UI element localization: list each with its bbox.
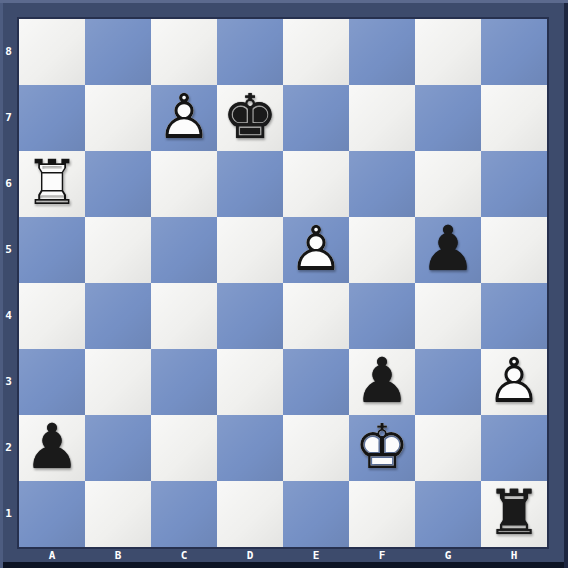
square-d6[interactable]: [217, 151, 283, 217]
rank-label-8: 8: [0, 19, 17, 85]
square-a5[interactable]: [19, 217, 85, 283]
square-f1[interactable]: [349, 481, 415, 547]
square-f6[interactable]: [349, 151, 415, 217]
square-h6[interactable]: [481, 151, 547, 217]
file-label-a: A: [19, 548, 85, 565]
black-pawn-glyph: ♟: [19, 415, 85, 481]
rank-label-1: 1: [0, 481, 17, 547]
square-g6[interactable]: [415, 151, 481, 217]
square-e2[interactable]: [283, 415, 349, 481]
square-a8[interactable]: [19, 19, 85, 85]
square-e4[interactable]: [283, 283, 349, 349]
white-pawn-outline: ♙: [151, 85, 217, 151]
square-e7[interactable]: [283, 85, 349, 151]
square-h4[interactable]: [481, 283, 547, 349]
black-pawn[interactable]: ♟: [19, 415, 85, 481]
square-g1[interactable]: [415, 481, 481, 547]
square-e5[interactable]: ♟♙: [283, 217, 349, 283]
square-b5[interactable]: [85, 217, 151, 283]
square-a2[interactable]: ♟: [19, 415, 85, 481]
square-a7[interactable]: [19, 85, 85, 151]
white-pawn-outline: ♙: [283, 217, 349, 283]
file-label-b: B: [85, 548, 151, 565]
square-h5[interactable]: [481, 217, 547, 283]
chess-board-frame: ♟♙♚♜♖♟♙♟♟♟♙♟♚♔♜ 87654321 ABCDEFGH: [0, 0, 568, 568]
square-d4[interactable]: [217, 283, 283, 349]
file-label-h: H: [481, 548, 547, 565]
square-h2[interactable]: [481, 415, 547, 481]
rank-label-5: 5: [0, 217, 17, 283]
square-b3[interactable]: [85, 349, 151, 415]
square-f2[interactable]: ♚♔: [349, 415, 415, 481]
square-e8[interactable]: [283, 19, 349, 85]
square-b6[interactable]: [85, 151, 151, 217]
white-king-outline: ♔: [349, 415, 415, 481]
file-label-d: D: [217, 548, 283, 565]
square-c3[interactable]: [151, 349, 217, 415]
rank-labels: 87654321: [0, 19, 17, 547]
white-pawn-outline: ♙: [481, 349, 547, 415]
square-h3[interactable]: ♟♙: [481, 349, 547, 415]
square-c8[interactable]: [151, 19, 217, 85]
square-d2[interactable]: [217, 415, 283, 481]
square-b7[interactable]: [85, 85, 151, 151]
square-b2[interactable]: [85, 415, 151, 481]
square-e1[interactable]: [283, 481, 349, 547]
square-f8[interactable]: [349, 19, 415, 85]
white-rook[interactable]: ♜♖: [19, 151, 85, 217]
square-a1[interactable]: [19, 481, 85, 547]
square-c5[interactable]: [151, 217, 217, 283]
square-b4[interactable]: [85, 283, 151, 349]
square-c4[interactable]: [151, 283, 217, 349]
square-b8[interactable]: [85, 19, 151, 85]
rank-label-2: 2: [0, 415, 17, 481]
white-pawn[interactable]: ♟♙: [481, 349, 547, 415]
black-pawn-glyph: ♟: [349, 349, 415, 415]
square-f4[interactable]: [349, 283, 415, 349]
square-a3[interactable]: [19, 349, 85, 415]
file-label-e: E: [283, 548, 349, 565]
black-rook-glyph: ♜: [481, 481, 547, 547]
black-pawn[interactable]: ♟: [349, 349, 415, 415]
square-d1[interactable]: [217, 481, 283, 547]
square-h1[interactable]: ♜: [481, 481, 547, 547]
black-rook[interactable]: ♜: [481, 481, 547, 547]
file-label-c: C: [151, 548, 217, 565]
square-c1[interactable]: [151, 481, 217, 547]
square-d5[interactable]: [217, 217, 283, 283]
square-c7[interactable]: ♟♙: [151, 85, 217, 151]
square-g5[interactable]: ♟: [415, 217, 481, 283]
white-pawn[interactable]: ♟♙: [151, 85, 217, 151]
square-g7[interactable]: [415, 85, 481, 151]
square-c6[interactable]: [151, 151, 217, 217]
black-pawn[interactable]: ♟: [415, 217, 481, 283]
square-f3[interactable]: ♟: [349, 349, 415, 415]
black-king[interactable]: ♚: [217, 85, 283, 151]
square-b1[interactable]: [85, 481, 151, 547]
square-g2[interactable]: [415, 415, 481, 481]
rank-label-6: 6: [0, 151, 17, 217]
black-king-glyph: ♚: [217, 85, 283, 151]
square-f7[interactable]: [349, 85, 415, 151]
square-e3[interactable]: [283, 349, 349, 415]
file-labels: ABCDEFGH: [19, 548, 547, 565]
black-pawn-glyph: ♟: [415, 217, 481, 283]
rank-label-4: 4: [0, 283, 17, 349]
file-label-g: G: [415, 548, 481, 565]
square-g3[interactable]: [415, 349, 481, 415]
white-pawn[interactable]: ♟♙: [283, 217, 349, 283]
square-d7[interactable]: ♚: [217, 85, 283, 151]
square-g8[interactable]: [415, 19, 481, 85]
square-d8[interactable]: [217, 19, 283, 85]
square-h7[interactable]: [481, 85, 547, 151]
rank-label-3: 3: [0, 349, 17, 415]
file-label-f: F: [349, 548, 415, 565]
square-g4[interactable]: [415, 283, 481, 349]
square-a4[interactable]: [19, 283, 85, 349]
square-d3[interactable]: [217, 349, 283, 415]
square-e6[interactable]: [283, 151, 349, 217]
chess-board: ♟♙♚♜♖♟♙♟♟♟♙♟♚♔♜: [17, 17, 549, 549]
rank-label-7: 7: [0, 85, 17, 151]
square-h8[interactable]: [481, 19, 547, 85]
square-a6[interactable]: ♜♖: [19, 151, 85, 217]
white-rook-outline: ♖: [19, 151, 85, 217]
square-f5[interactable]: [349, 217, 415, 283]
white-king[interactable]: ♚♔: [349, 415, 415, 481]
square-c2[interactable]: [151, 415, 217, 481]
